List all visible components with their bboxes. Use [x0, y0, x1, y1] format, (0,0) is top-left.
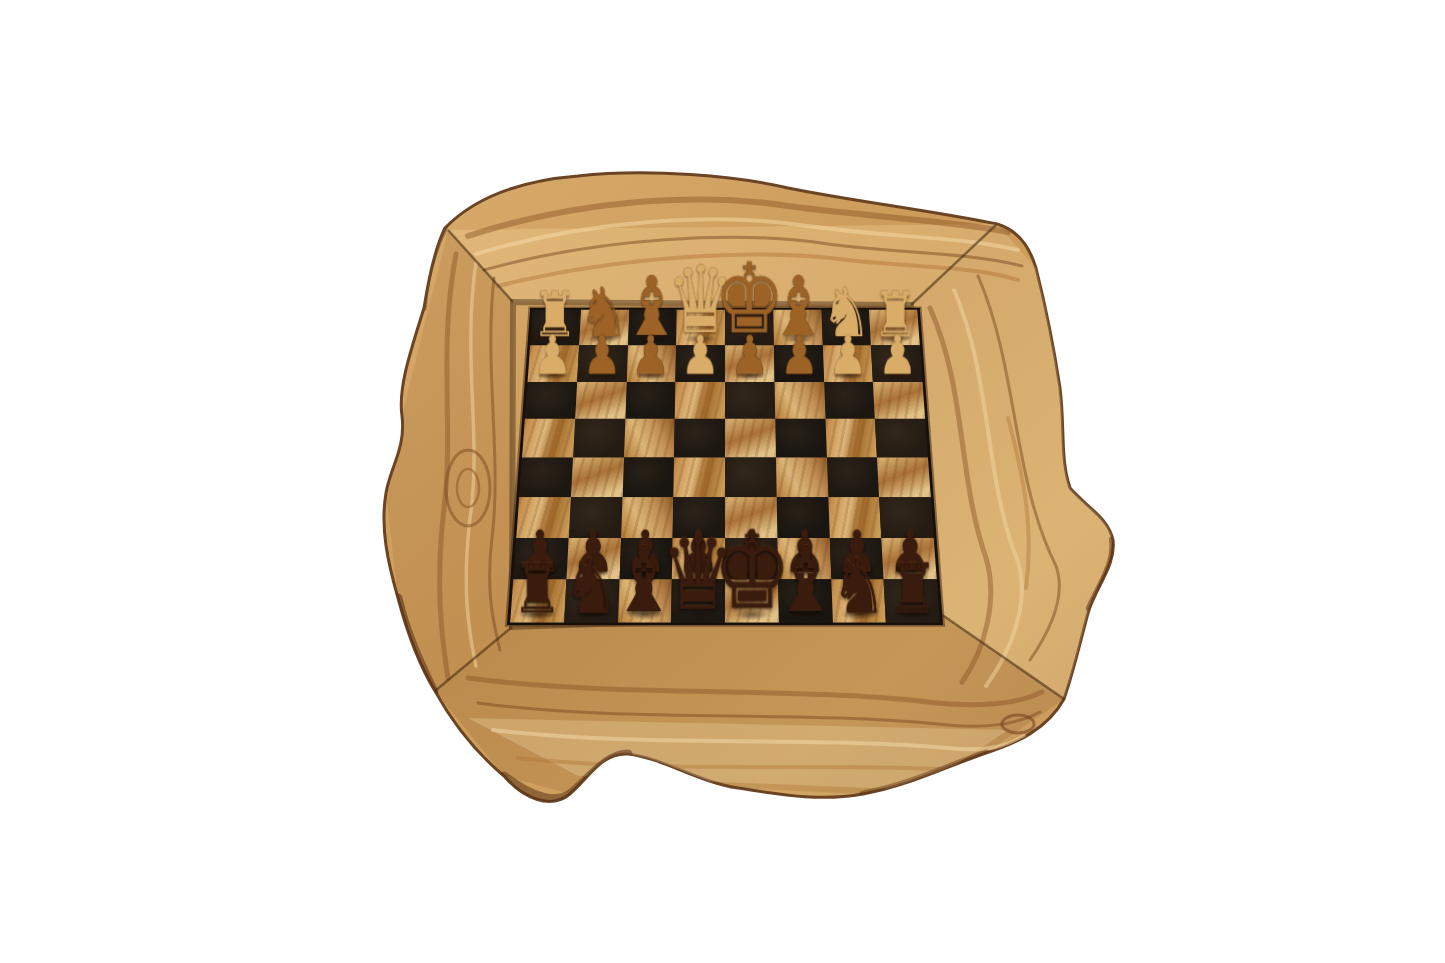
square-g1: ♞: [831, 579, 886, 622]
square-f4: [776, 457, 828, 497]
chessboard: ♜♞♝♛♚♝♞♜♟♟♟♟♟♟♟♟♟♟♟♟♟♟♟♟♜♞♝♛♚♝♞♜: [507, 308, 943, 625]
square-h5: [875, 419, 928, 457]
square-g6: [824, 382, 875, 419]
square-d6: [675, 382, 725, 419]
square-g5: [825, 419, 877, 457]
piece-light-pawn: ♟: [582, 331, 621, 380]
square-d5: [674, 419, 725, 457]
square-c7: ♟: [626, 345, 676, 381]
square-c6: [625, 382, 676, 419]
square-b4: [571, 457, 624, 497]
square-g7: ♟: [822, 345, 873, 381]
square-h6: [873, 382, 925, 419]
piece-dark-queen: ♛: [661, 527, 736, 621]
square-f7: ♟: [774, 345, 824, 381]
square-h4: [877, 457, 931, 497]
square-h1: ♜: [884, 579, 940, 622]
square-d4: [674, 457, 725, 497]
square-e4: [725, 457, 776, 497]
square-b5: [573, 419, 625, 457]
piece-dark-rook: ♜: [888, 558, 938, 621]
square-a1: ♜: [510, 579, 566, 622]
piece-light-pawn: ♟: [681, 331, 720, 380]
piece-light-pawn: ♟: [631, 331, 670, 380]
square-h7: ♟: [871, 345, 922, 381]
square-a6: [525, 382, 577, 419]
square-b6: [575, 382, 626, 419]
square-d7: ♟: [676, 345, 725, 381]
square-f1: ♝: [778, 579, 832, 622]
square-a5: [522, 419, 575, 457]
piece-light-pawn: ♟: [730, 331, 769, 380]
square-f6: [774, 382, 825, 419]
square-c4: [622, 457, 674, 497]
piece-light-pawn: ♟: [533, 331, 572, 380]
square-e6: [725, 382, 775, 419]
square-g4: [826, 457, 879, 497]
square-e5: [725, 419, 776, 457]
square-b7: ♟: [577, 345, 628, 381]
piece-dark-bishop: ♝: [772, 538, 838, 621]
square-f5: [775, 419, 826, 457]
square-a7: ♟: [528, 345, 579, 381]
product-photo-canvas: ♜♞♝♛♚♝♞♜♟♟♟♟♟♟♟♟♟♟♟♟♟♟♟♟♜♞♝♛♚♝♞♜: [0, 0, 1445, 963]
piece-dark-knight: ♞: [831, 551, 887, 620]
square-e7: ♟: [725, 345, 774, 381]
piece-dark-rook: ♜: [512, 558, 562, 621]
piece-light-pawn: ♟: [878, 331, 917, 380]
board-scene: ♜♞♝♛♚♝♞♜♟♟♟♟♟♟♟♟♟♟♟♟♟♟♟♟♜♞♝♛♚♝♞♜: [507, 189, 943, 625]
square-a4: [519, 457, 573, 497]
piece-light-pawn: ♟: [779, 331, 818, 380]
square-d1: ♛: [671, 579, 725, 622]
square-c5: [624, 419, 675, 457]
piece-light-pawn: ♟: [829, 331, 868, 380]
